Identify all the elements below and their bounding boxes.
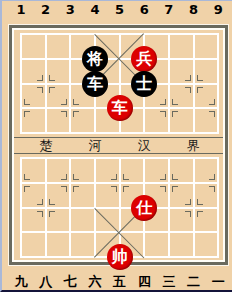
file-label-top-6: 6 — [133, 3, 155, 17]
file-label-bottom-6: 四 — [133, 275, 155, 289]
file-label-top-9: 9 — [207, 3, 229, 17]
piece-black-general[interactable]: 将 — [82, 46, 108, 72]
file-label-bottom-7: 三 — [158, 275, 180, 289]
file-label-bottom-9: 一 — [207, 275, 229, 289]
piece-black-chariot[interactable]: 车 — [82, 71, 108, 97]
file-label-top-3: 3 — [59, 3, 81, 17]
file-label-top-4: 4 — [84, 3, 106, 17]
file-label-top-2: 2 — [35, 3, 57, 17]
file-label-bottom-2: 八 — [35, 275, 57, 289]
file-label-bottom-8: 二 — [183, 275, 205, 289]
piece-red-general[interactable]: 帅 — [107, 244, 133, 270]
board-frame — [9, 25, 228, 265]
piece-red-soldier[interactable]: 兵 — [131, 46, 157, 72]
file-label-top-7: 7 — [158, 3, 180, 17]
piece-black-advisor[interactable]: 士 — [131, 71, 157, 97]
piece-red-advisor[interactable]: 仕 — [131, 195, 157, 221]
piece-red-chariot[interactable]: 车 — [107, 95, 133, 121]
file-label-bottom-4: 六 — [84, 275, 106, 289]
file-label-bottom-1: 九 — [10, 275, 32, 289]
file-label-top-1: 1 — [10, 3, 32, 17]
file-label-bottom-5: 五 — [109, 275, 131, 289]
file-label-bottom-3: 七 — [59, 275, 81, 289]
file-label-top-8: 8 — [183, 3, 205, 17]
xiangqi-board: 123456789 楚河汉界 将兵车士车仕帅 九八七六五四三二一 — [0, 0, 232, 292]
file-label-top-5: 5 — [109, 3, 131, 17]
